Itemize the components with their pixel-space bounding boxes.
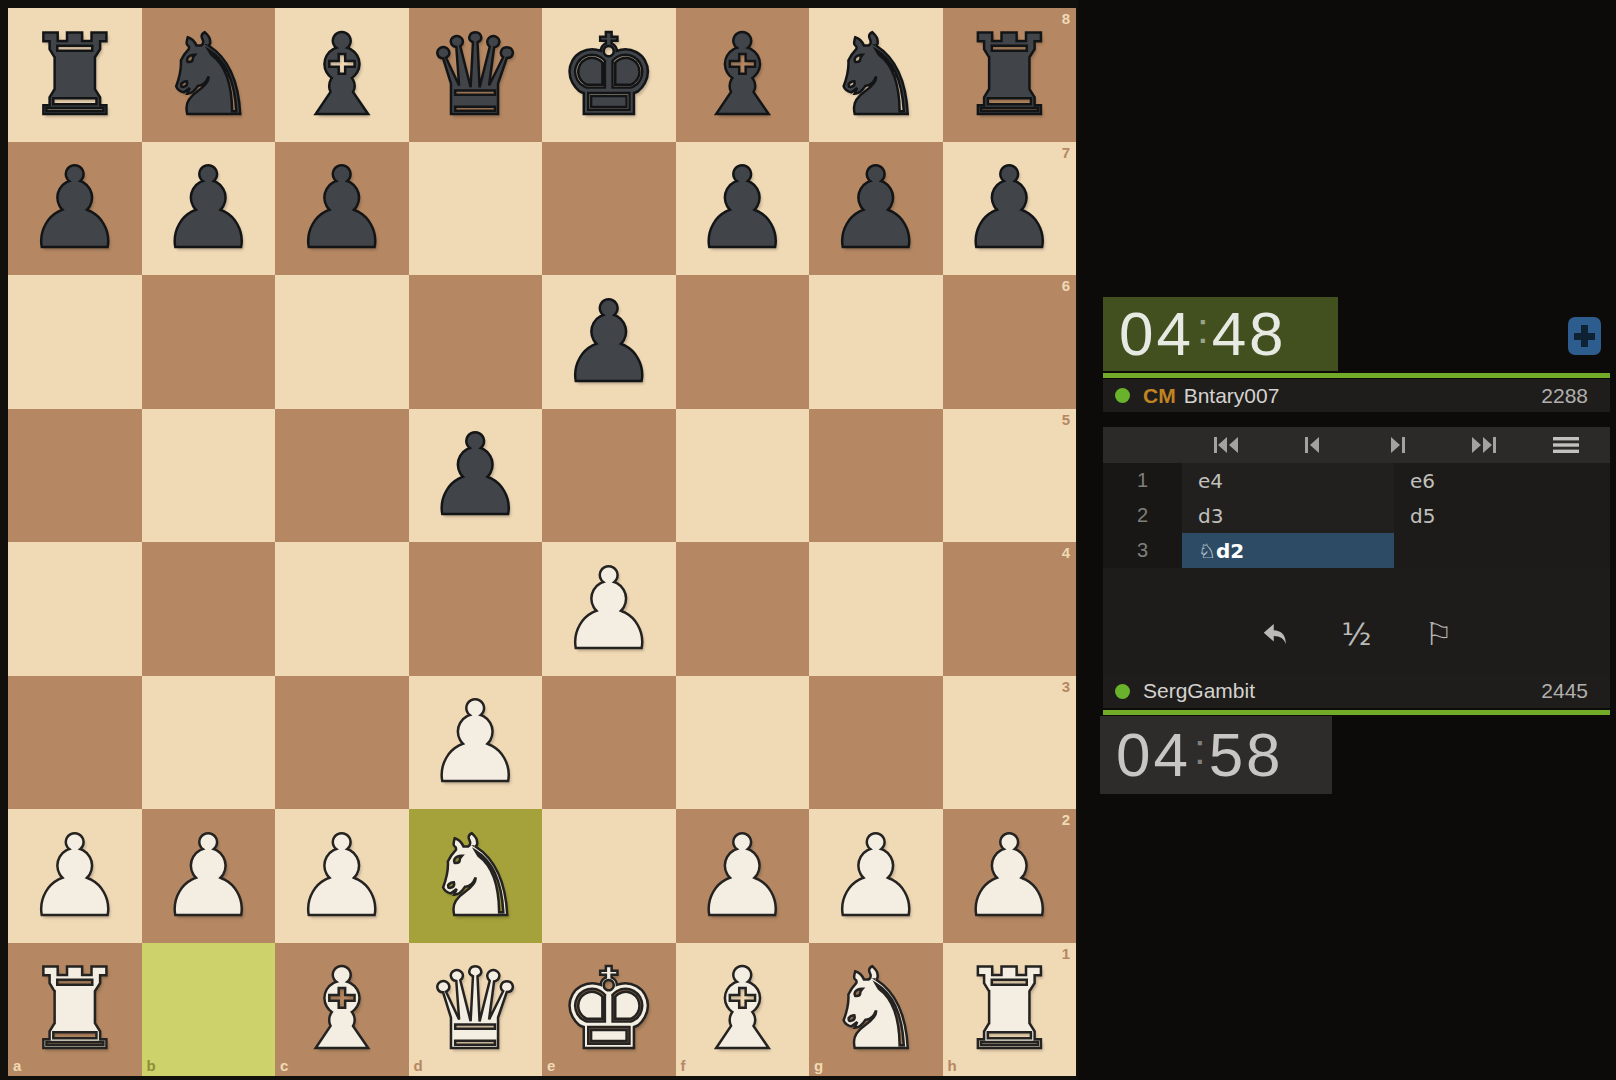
- square-f7[interactable]: ♟: [676, 142, 810, 276]
- square-b2[interactable]: ♟: [142, 809, 276, 943]
- square-d6[interactable]: [409, 275, 543, 409]
- clock-top-player: 04:48: [1103, 297, 1338, 371]
- black-pawn[interactable]: ♟: [809, 142, 943, 276]
- black-queen[interactable]: ♛: [409, 8, 543, 142]
- square-h2[interactable]: ♟2: [943, 809, 1077, 943]
- square-f1[interactable]: ♝f: [676, 943, 810, 1077]
- square-e3[interactable]: [542, 676, 676, 810]
- square-g7[interactable]: ♟: [809, 142, 943, 276]
- draw-offer-button[interactable]: ½: [1339, 615, 1375, 653]
- white-knight[interactable]: ♞: [809, 943, 943, 1077]
- square-g4[interactable]: [809, 542, 943, 676]
- square-e1[interactable]: ♚e: [542, 943, 676, 1077]
- square-e2[interactable]: [542, 809, 676, 943]
- square-b5[interactable]: [142, 409, 276, 543]
- clock-colon: :: [1194, 729, 1206, 771]
- white-pawn[interactable]: ♟: [809, 809, 943, 943]
- flag-icon: ⚐: [1425, 619, 1453, 650]
- white-knight[interactable]: ♞: [409, 809, 543, 943]
- white-pawn[interactable]: ♟: [409, 676, 543, 810]
- white-pawn[interactable]: ♟: [676, 809, 810, 943]
- nav-last-button[interactable]: [1441, 427, 1527, 463]
- square-b6[interactable]: [142, 275, 276, 409]
- player-row-top: CM Bntary007 2288: [1103, 379, 1610, 412]
- square-g8[interactable]: ♞: [809, 8, 943, 142]
- square-e8[interactable]: ♚: [542, 8, 676, 142]
- player-name[interactable]: Bntary007: [1184, 384, 1280, 408]
- black-bishop[interactable]: ♝: [275, 8, 409, 142]
- give-time-button[interactable]: [1568, 317, 1601, 355]
- move-panel: 1e4e62d3d53♘d2 ½ ⚐: [1103, 427, 1610, 674]
- square-h3[interactable]: 3: [943, 676, 1077, 810]
- square-f6[interactable]: [676, 275, 810, 409]
- clock-digits: 04: [1116, 724, 1191, 786]
- white-queen[interactable]: ♛: [409, 943, 543, 1077]
- square-a7[interactable]: ♟: [8, 142, 142, 276]
- skip-to-last-icon: [1471, 436, 1497, 454]
- square-d7[interactable]: [409, 142, 543, 276]
- square-g2[interactable]: ♟: [809, 809, 943, 943]
- move-nav-bar: [1103, 427, 1610, 463]
- square-h6[interactable]: 6: [943, 275, 1077, 409]
- white-pawn[interactable]: ♟: [142, 809, 276, 943]
- square-g5[interactable]: [809, 409, 943, 543]
- black-pawn[interactable]: ♟: [8, 142, 142, 276]
- black-knight[interactable]: ♞: [142, 8, 276, 142]
- square-d2[interactable]: ♞: [409, 809, 543, 943]
- square-a1[interactable]: ♜a: [8, 943, 142, 1077]
- menu-icon: [1553, 436, 1579, 454]
- square-h7[interactable]: ♟7: [943, 142, 1077, 276]
- square-g3[interactable]: [809, 676, 943, 810]
- square-a6[interactable]: [8, 275, 142, 409]
- takeback-arrow-icon: [1259, 619, 1291, 649]
- player-rating: 2288: [1541, 384, 1588, 408]
- move-2-white[interactable]: d3: [1182, 498, 1394, 533]
- square-e5[interactable]: [542, 409, 676, 543]
- takeback-button[interactable]: [1257, 615, 1293, 653]
- clock-digits: 48: [1212, 303, 1287, 365]
- square-a5[interactable]: [8, 409, 142, 543]
- file-label-d: d: [414, 1058, 423, 1073]
- lichess-game-page: ♜♞♝♛♚♝♞♜8♟♟♟♟♟♟7♟6♟5♟4♟3♟♟♟♞♟♟♟2♜ab♝c♛d♚…: [0, 0, 1616, 1080]
- square-c2[interactable]: ♟: [275, 809, 409, 943]
- square-g6[interactable]: [809, 275, 943, 409]
- black-king[interactable]: ♚: [542, 8, 676, 142]
- white-pawn[interactable]: ♟: [275, 809, 409, 943]
- move-2-black[interactable]: d5: [1394, 498, 1610, 533]
- square-d5[interactable]: ♟: [409, 409, 543, 543]
- white-king[interactable]: ♚: [542, 943, 676, 1077]
- rank-label-3: 3: [1062, 679, 1070, 694]
- move-3-white[interactable]: ♘d2: [1182, 533, 1394, 568]
- square-e7[interactable]: [542, 142, 676, 276]
- square-h5[interactable]: 5: [943, 409, 1077, 543]
- square-h8[interactable]: ♜8: [943, 8, 1077, 142]
- square-c1[interactable]: ♝c: [275, 943, 409, 1077]
- square-c3[interactable]: [275, 676, 409, 810]
- square-c8[interactable]: ♝: [275, 8, 409, 142]
- game-action-buttons: ½ ⚐: [1103, 615, 1610, 653]
- square-e6[interactable]: ♟: [542, 275, 676, 409]
- file-label-a: a: [13, 1058, 21, 1073]
- square-f3[interactable]: [676, 676, 810, 810]
- square-f5[interactable]: [676, 409, 810, 543]
- player-row-bottom: SergGambit 2445: [1103, 674, 1610, 708]
- clock-colon: :: [1197, 308, 1209, 350]
- game-sidebar: 04:48 CM Bntary007 2288: [1078, 0, 1616, 1080]
- square-a8[interactable]: ♜: [8, 8, 142, 142]
- square-a2[interactable]: ♟: [8, 809, 142, 943]
- white-bishop[interactable]: ♝: [275, 943, 409, 1077]
- move-number: 1: [1103, 463, 1182, 498]
- rank-label-5: 5: [1062, 412, 1070, 427]
- file-label-c: c: [280, 1058, 288, 1073]
- rank-label-1: 1: [1062, 946, 1070, 961]
- step-forward-icon: [1390, 436, 1406, 454]
- square-c7[interactable]: ♟: [275, 142, 409, 276]
- square-d1[interactable]: ♛d: [409, 943, 543, 1077]
- file-label-e: e: [547, 1058, 555, 1073]
- rank-label-4: 4: [1062, 545, 1070, 560]
- online-dot: [1115, 684, 1130, 699]
- half-point-label: ½: [1341, 619, 1371, 650]
- square-d4[interactable]: [409, 542, 543, 676]
- black-pawn[interactable]: ♟: [676, 142, 810, 276]
- move-number: 2: [1103, 498, 1182, 533]
- nav-back-button[interactable]: [1269, 427, 1355, 463]
- chess-board-frame: ♜♞♝♛♚♝♞♜8♟♟♟♟♟♟7♟6♟5♟4♟3♟♟♟♞♟♟♟2♜ab♝c♛d♚…: [0, 0, 1078, 1080]
- black-rook[interactable]: ♜: [943, 8, 1077, 142]
- square-b3[interactable]: [142, 676, 276, 810]
- square-h1[interactable]: ♜1h: [943, 943, 1077, 1077]
- bottom-green-bar: [1103, 710, 1610, 715]
- square-d3[interactable]: ♟: [409, 676, 543, 810]
- move-number: 3: [1103, 533, 1182, 568]
- white-pawn[interactable]: ♟: [542, 542, 676, 676]
- black-pawn[interactable]: ♟: [409, 409, 543, 543]
- rank-label-7: 7: [1062, 145, 1070, 160]
- square-b1[interactable]: b: [142, 943, 276, 1077]
- move-menu-button[interactable]: [1536, 427, 1596, 463]
- black-pawn[interactable]: ♟: [943, 142, 1077, 276]
- clock-bottom-player: 04:58: [1100, 716, 1332, 794]
- top-green-bar: [1103, 373, 1610, 378]
- square-c4[interactable]: [275, 542, 409, 676]
- square-c5[interactable]: [275, 409, 409, 543]
- square-b7[interactable]: ♟: [142, 142, 276, 276]
- step-back-icon: [1304, 436, 1320, 454]
- rank-label-2: 2: [1062, 812, 1070, 827]
- black-bishop[interactable]: ♝: [676, 8, 810, 142]
- black-knight[interactable]: ♞: [809, 8, 943, 142]
- black-rook[interactable]: ♜: [8, 8, 142, 142]
- player-name[interactable]: SergGambit: [1143, 679, 1255, 703]
- square-b8[interactable]: ♞: [142, 8, 276, 142]
- square-h4[interactable]: 4: [943, 542, 1077, 676]
- move-row-1: 1e4e6: [1103, 463, 1610, 498]
- black-pawn[interactable]: ♟: [142, 142, 276, 276]
- rank-label-6: 6: [1062, 278, 1070, 293]
- white-bishop[interactable]: ♝: [676, 943, 810, 1077]
- nav-first-button[interactable]: [1183, 427, 1269, 463]
- clock-digits: 04: [1119, 303, 1194, 365]
- square-d8[interactable]: ♛: [409, 8, 543, 142]
- player-title: CM: [1143, 384, 1176, 408]
- square-a3[interactable]: [8, 676, 142, 810]
- file-label-h: h: [948, 1058, 957, 1073]
- move-row-2: 2d3d5: [1103, 498, 1610, 533]
- square-c6[interactable]: [275, 275, 409, 409]
- square-g1[interactable]: ♞g: [809, 943, 943, 1077]
- white-pawn[interactable]: ♟: [8, 809, 142, 943]
- move-3-black: [1394, 533, 1610, 568]
- square-a4[interactable]: [8, 542, 142, 676]
- move-1-white[interactable]: e4: [1182, 463, 1394, 498]
- move-1-black[interactable]: e6: [1394, 463, 1610, 498]
- file-label-g: g: [814, 1058, 823, 1073]
- clock-digits: 58: [1209, 724, 1284, 786]
- player-rating: 2445: [1541, 679, 1588, 703]
- move-list: 1e4e62d3d53♘d2: [1103, 463, 1610, 568]
- resign-button[interactable]: ⚐: [1421, 615, 1457, 653]
- square-e4[interactable]: ♟: [542, 542, 676, 676]
- square-f8[interactable]: ♝: [676, 8, 810, 142]
- file-label-f: f: [681, 1058, 686, 1073]
- square-f2[interactable]: ♟: [676, 809, 810, 943]
- rank-label-8: 8: [1062, 11, 1070, 26]
- black-pawn[interactable]: ♟: [275, 142, 409, 276]
- skip-to-first-icon: [1213, 436, 1239, 454]
- white-rook[interactable]: ♜: [8, 943, 142, 1077]
- white-rook[interactable]: ♜: [943, 943, 1077, 1077]
- chess-board: ♜♞♝♛♚♝♞♜8♟♟♟♟♟♟7♟6♟5♟4♟3♟♟♟♞♟♟♟2♜ab♝c♛d♚…: [8, 8, 1076, 1076]
- white-pawn[interactable]: ♟: [943, 809, 1077, 943]
- file-label-b: b: [147, 1058, 156, 1073]
- online-dot: [1115, 388, 1130, 403]
- square-b4[interactable]: [142, 542, 276, 676]
- square-f4[interactable]: [676, 542, 810, 676]
- nav-forward-button[interactable]: [1355, 427, 1441, 463]
- black-pawn[interactable]: ♟: [542, 275, 676, 409]
- move-row-3: 3♘d2: [1103, 533, 1610, 568]
